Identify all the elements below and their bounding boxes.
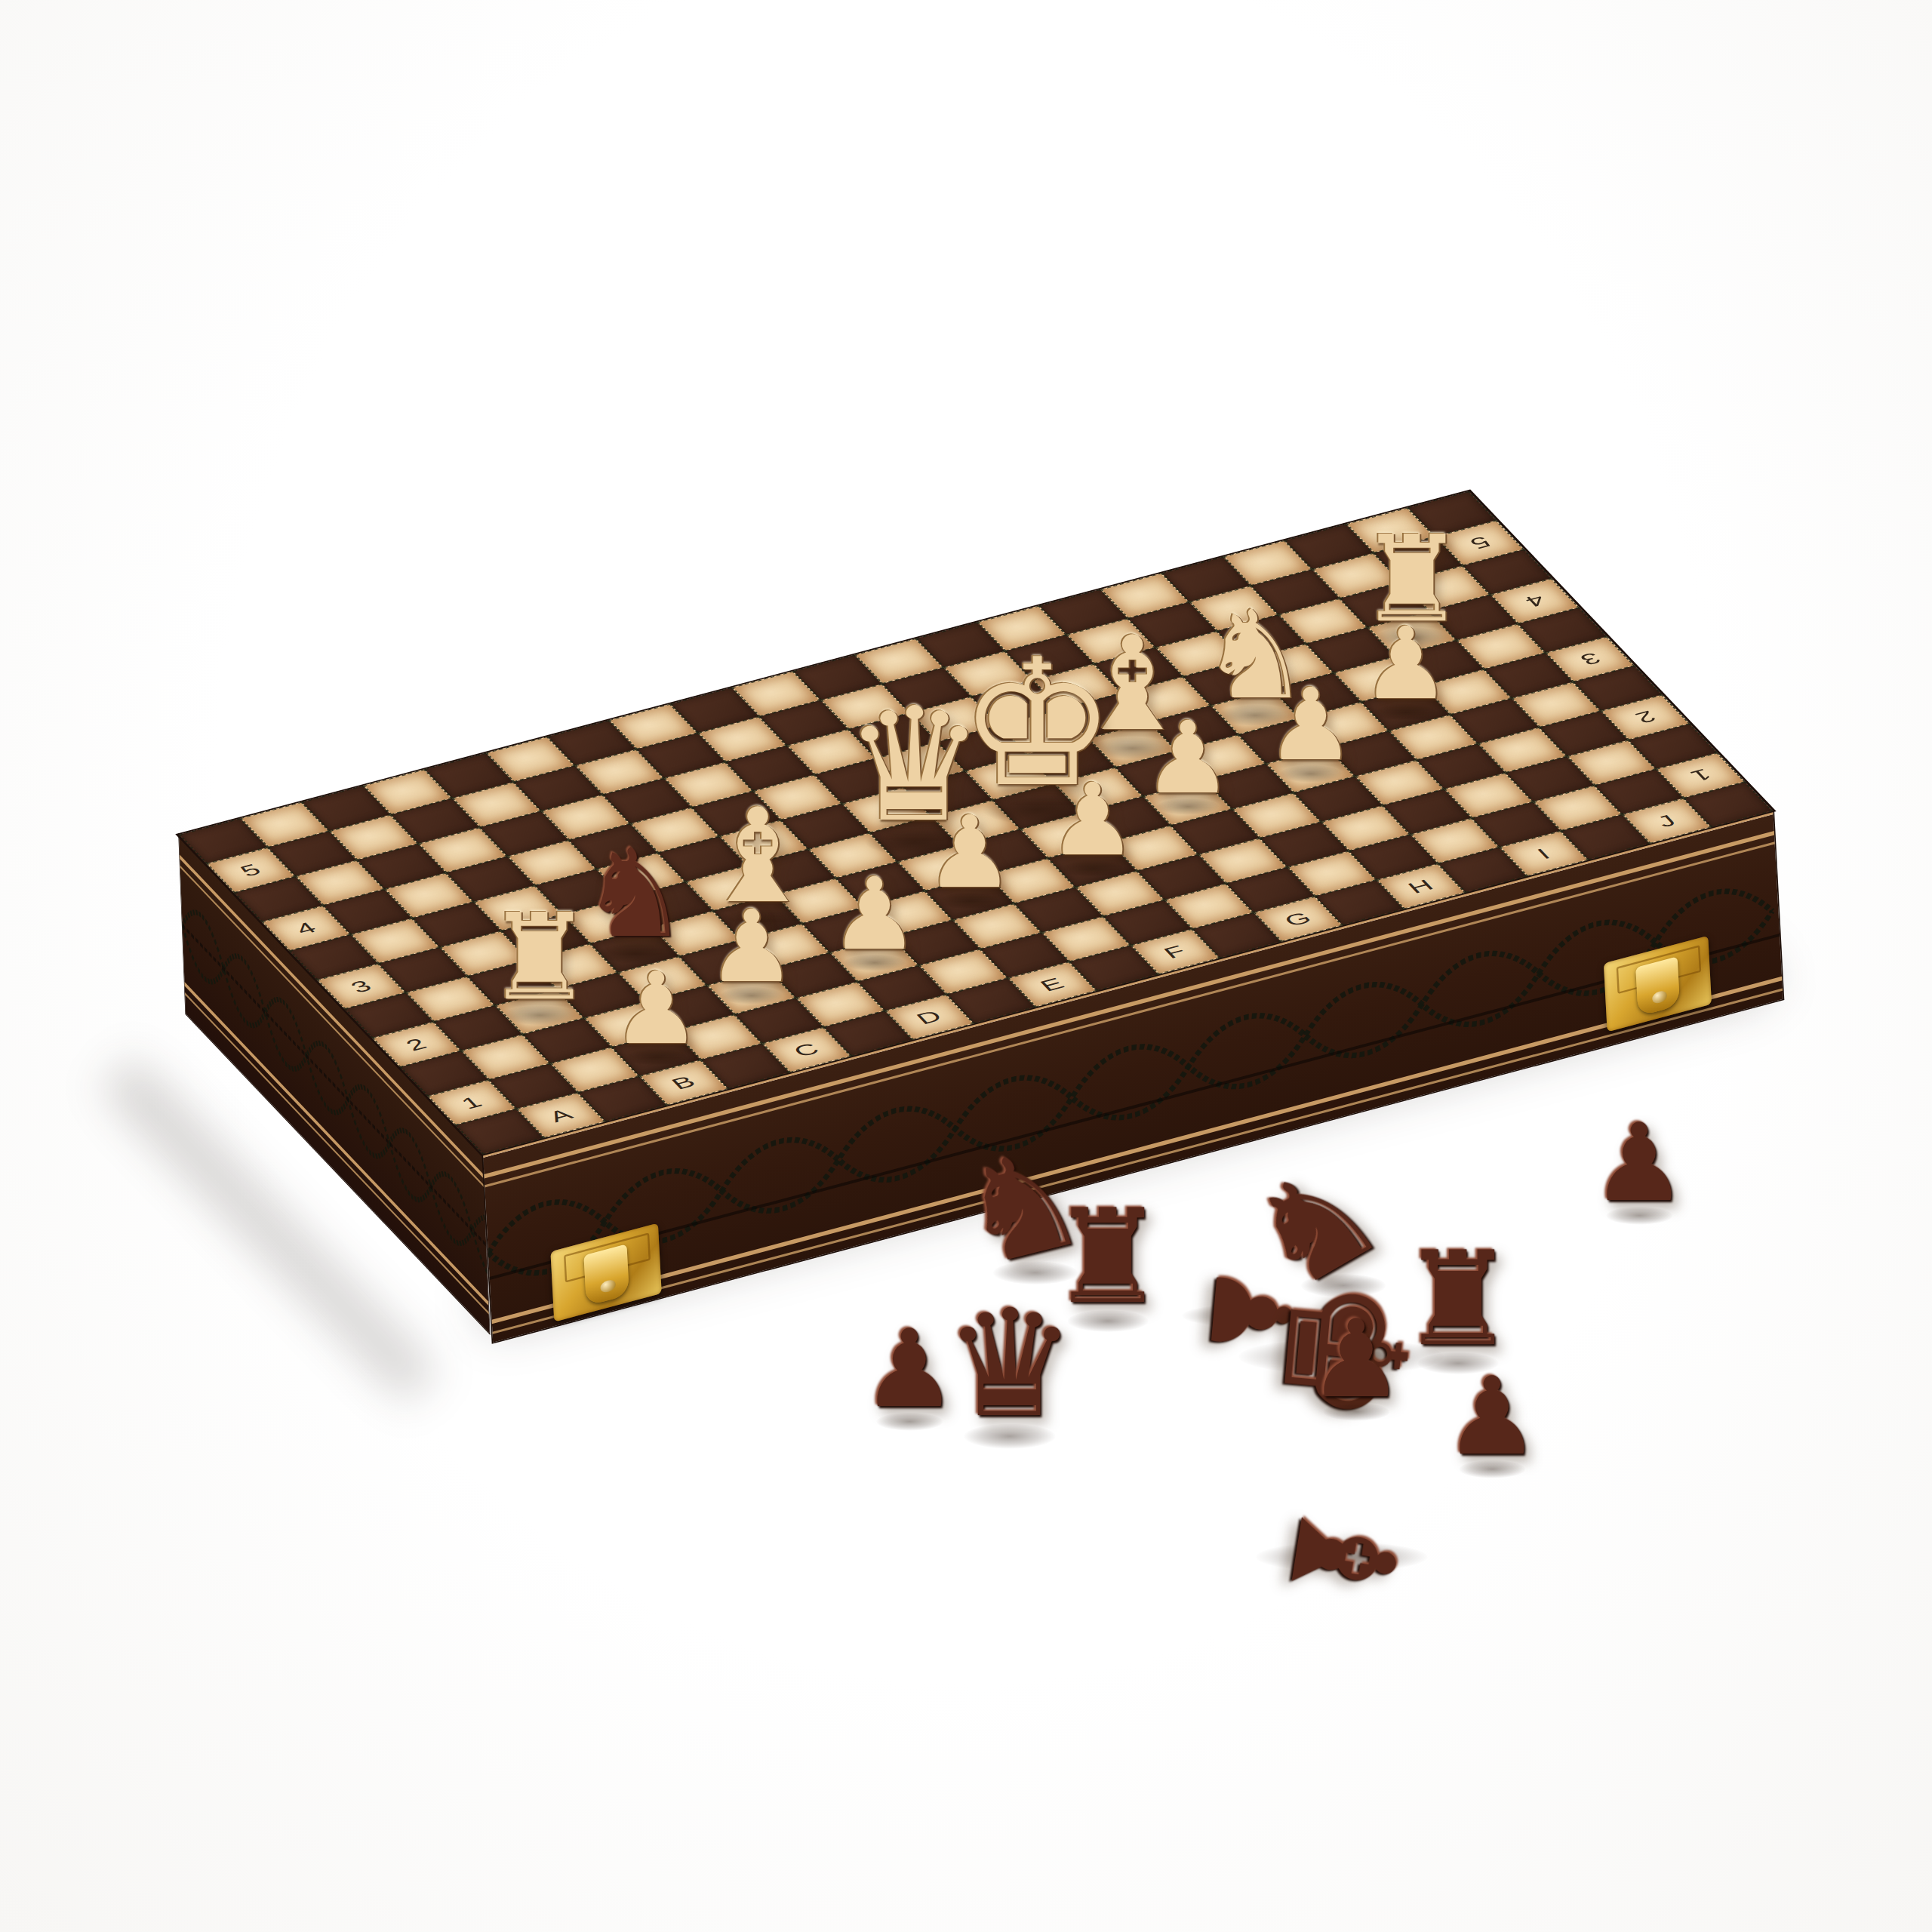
pawn-glyph: ♟ <box>1193 1260 1309 1364</box>
chess-piece-dark-bishop[interactable]: ♝ <box>1225 1421 1348 1558</box>
piece-shadow <box>1418 1352 1499 1374</box>
piece-shadow <box>1238 1339 1444 1375</box>
king-glyph: ♚ <box>1256 1271 1432 1432</box>
chess-piece-dark-pawn[interactable]: ♟ <box>1308 1306 1404 1413</box>
queen-glyph: ♛ <box>943 1290 1076 1438</box>
piece-shadow <box>1256 1542 1428 1572</box>
piece-shadow <box>1068 1310 1149 1332</box>
pawn-glyph: ♟ <box>861 1315 957 1423</box>
chess-piece-dark-king[interactable]: ♚ <box>1201 1194 1349 1358</box>
piece-shadow <box>1301 1274 1386 1297</box>
chess-piece-dark-rook[interactable]: ♜ <box>1400 1235 1516 1364</box>
rook-glyph: ♜ <box>1050 1192 1166 1322</box>
latch-hook <box>1635 956 1680 1017</box>
chess-piece-dark-pawn[interactable]: ♟ <box>1158 1210 1254 1317</box>
chess-piece-dark-pawn[interactable]: ♟ <box>1444 1363 1540 1470</box>
piece-shadow <box>964 1424 1056 1449</box>
chess-piece-dark-rook[interactable]: ♜ <box>1050 1192 1166 1322</box>
piece-shadow <box>876 1413 943 1431</box>
piece-shadow <box>1323 1403 1389 1421</box>
pawn-glyph: ♟ <box>1591 1109 1687 1217</box>
pawn-glyph: ♟ <box>1444 1363 1540 1470</box>
product-photo-scene: 5544332211ABCDEFGHIJ ♟♟♟♟♟♟♟♟♜♞♝♛♚♝♞♜♟♛♞… <box>0 0 1932 1932</box>
piece-shadow <box>993 1261 1078 1284</box>
latch-hook <box>583 1244 629 1306</box>
bishop-glyph: ♝ <box>1266 1485 1421 1629</box>
rook-glyph: ♜ <box>1400 1235 1516 1364</box>
chess-piece-dark-pawn[interactable]: ♟ <box>1591 1109 1687 1217</box>
chess-piece-dark-knight[interactable]: ♞ <box>1281 1149 1404 1287</box>
chess-piece-dark-pawn[interactable]: ♟ <box>861 1315 957 1423</box>
knight-glyph: ♞ <box>1227 1136 1402 1316</box>
piece-shadow <box>1606 1207 1672 1225</box>
pawn-glyph: ♟ <box>1308 1306 1404 1413</box>
piece-shadow <box>1182 1304 1316 1327</box>
piece-shadow <box>1459 1460 1525 1478</box>
chess-piece-dark-queen[interactable]: ♛ <box>943 1290 1076 1438</box>
